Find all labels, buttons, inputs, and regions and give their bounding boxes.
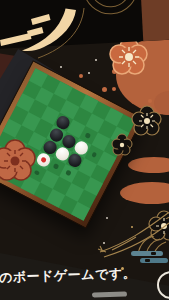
mist-cloud-motif bbox=[131, 251, 169, 264]
brown-column bbox=[141, 0, 169, 41]
last-move-marker bbox=[40, 157, 46, 163]
speckle bbox=[88, 72, 90, 74]
shi-stroke-1 bbox=[31, 14, 51, 25]
hint-dot bbox=[53, 163, 59, 169]
speckle bbox=[102, 87, 107, 92]
speckle bbox=[148, 99, 152, 103]
speckle bbox=[112, 87, 116, 91]
caption-text: のボードゲームです。 bbox=[0, 264, 136, 287]
cloud-notch bbox=[145, 259, 150, 262]
hint-dot bbox=[85, 132, 91, 138]
flower-terracotta-left bbox=[0, 138, 38, 184]
speckle bbox=[79, 74, 83, 78]
shi-stroke-2 bbox=[27, 27, 44, 37]
cloud-bar bbox=[131, 251, 163, 256]
app-store-screenshot: のボードゲームです。 リバーシ bbox=[0, 0, 169, 300]
cloud-notch bbox=[151, 252, 156, 255]
flower-gold-outline-small bbox=[110, 133, 134, 157]
title-brush-lettering bbox=[0, 8, 95, 64]
small-orange-circle bbox=[131, 160, 139, 168]
title-dash-stroke bbox=[0, 33, 32, 46]
hint-dot bbox=[91, 151, 97, 157]
speckle bbox=[60, 66, 62, 68]
flower-gold-outline bbox=[130, 104, 164, 138]
hint-dot bbox=[65, 170, 71, 176]
speckle bbox=[95, 59, 97, 61]
brush-stroke-ellipse bbox=[120, 182, 169, 204]
